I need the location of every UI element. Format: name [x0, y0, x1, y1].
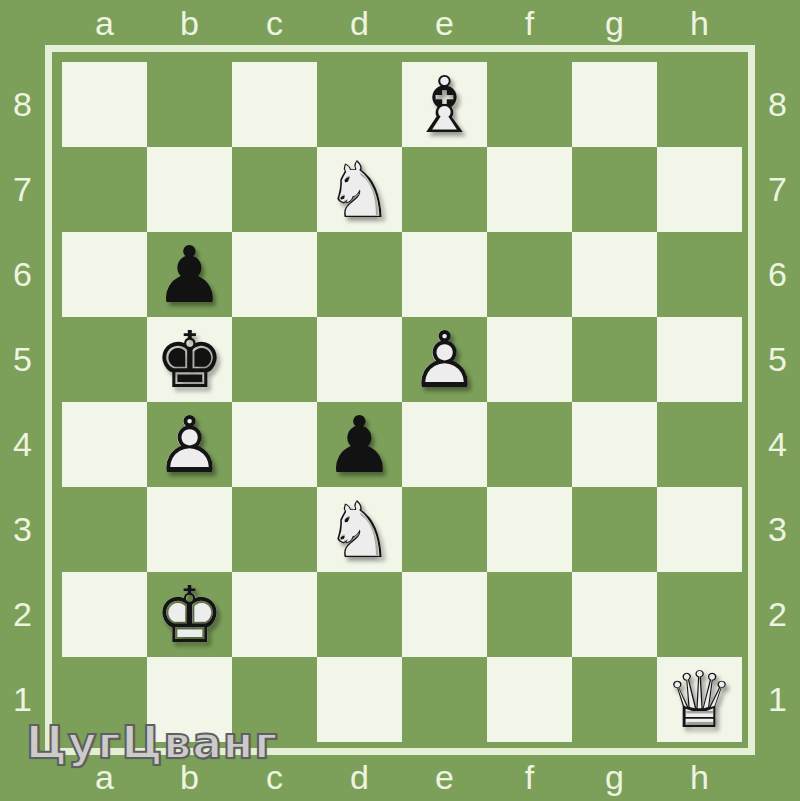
- chess-diagram: abcdefgh abcdefgh 87654321 87654321 ♝♗♞♘…: [0, 0, 800, 801]
- piece-white-king-b2[interactable]: ♚♔: [147, 572, 232, 657]
- square-h7[interactable]: [657, 147, 742, 232]
- square-g2[interactable]: [572, 572, 657, 657]
- rank-label-2-right: 2: [755, 572, 800, 657]
- square-f5[interactable]: [487, 317, 572, 402]
- square-c6[interactable]: [232, 232, 317, 317]
- square-h1[interactable]: ♛♕: [657, 657, 742, 742]
- rank-label-8-left: 8: [0, 62, 45, 147]
- rank-label-4-left: 4: [0, 402, 45, 487]
- square-d8[interactable]: [317, 62, 402, 147]
- piece-white-bishop-e8[interactable]: ♝♗: [402, 62, 487, 147]
- square-d6[interactable]: [317, 232, 402, 317]
- piece-black-pawn-b6[interactable]: ♟: [147, 232, 232, 317]
- square-e8[interactable]: ♝♗: [402, 62, 487, 147]
- piece-outline: ♔: [147, 572, 232, 657]
- square-c7[interactable]: [232, 147, 317, 232]
- file-label-a-top: a: [62, 0, 147, 45]
- square-b4[interactable]: ♟♙: [147, 402, 232, 487]
- rank-label-6-right: 6: [755, 232, 800, 317]
- square-e6[interactable]: [402, 232, 487, 317]
- square-d2[interactable]: [317, 572, 402, 657]
- square-a6[interactable]: [62, 232, 147, 317]
- square-e5[interactable]: ♟♙: [402, 317, 487, 402]
- square-c3[interactable]: [232, 487, 317, 572]
- rank-label-3-left: 3: [0, 487, 45, 572]
- square-d1[interactable]: [317, 657, 402, 742]
- square-d3[interactable]: ♞♘: [317, 487, 402, 572]
- piece-body-fill: ♟: [317, 402, 402, 487]
- square-b5[interactable]: ♚: [147, 317, 232, 402]
- chess-board: ♝♗♞♘♟♚♟♙♟♙♟♞♘♚♔♛♕: [62, 62, 742, 742]
- square-d4[interactable]: ♟: [317, 402, 402, 487]
- rank-label-6-left: 6: [0, 232, 45, 317]
- file-label-e-bottom: e: [402, 753, 487, 800]
- piece-outline: ♕: [657, 657, 742, 742]
- piece-outline: ♙: [147, 402, 232, 487]
- square-b3[interactable]: [147, 487, 232, 572]
- square-g6[interactable]: [572, 232, 657, 317]
- rank-labels-left: 87654321: [0, 62, 45, 742]
- piece-body-fill: ♟: [147, 232, 232, 317]
- square-b2[interactable]: ♚♔: [147, 572, 232, 657]
- square-a8[interactable]: [62, 62, 147, 147]
- file-label-d-top: d: [317, 0, 402, 45]
- square-f8[interactable]: [487, 62, 572, 147]
- square-g7[interactable]: [572, 147, 657, 232]
- rank-label-3-right: 3: [755, 487, 800, 572]
- square-a5[interactable]: [62, 317, 147, 402]
- square-a4[interactable]: [62, 402, 147, 487]
- rank-label-2-left: 2: [0, 572, 45, 657]
- rank-labels-right: 87654321: [755, 62, 800, 742]
- rank-label-5-left: 5: [0, 317, 45, 402]
- square-e3[interactable]: [402, 487, 487, 572]
- piece-white-queen-h1[interactable]: ♛♕: [657, 657, 742, 742]
- square-c8[interactable]: [232, 62, 317, 147]
- square-a7[interactable]: [62, 147, 147, 232]
- square-c4[interactable]: [232, 402, 317, 487]
- square-h4[interactable]: [657, 402, 742, 487]
- piece-white-knight-d3[interactable]: ♞♘: [317, 487, 402, 572]
- square-g1[interactable]: [572, 657, 657, 742]
- square-g4[interactable]: [572, 402, 657, 487]
- square-e4[interactable]: [402, 402, 487, 487]
- square-f6[interactable]: [487, 232, 572, 317]
- piece-outline: ♘: [317, 147, 402, 232]
- square-d5[interactable]: [317, 317, 402, 402]
- file-label-g-top: g: [572, 0, 657, 45]
- rank-label-7-left: 7: [0, 147, 45, 232]
- piece-black-king-b5[interactable]: ♚: [147, 317, 232, 402]
- square-e7[interactable]: [402, 147, 487, 232]
- square-b8[interactable]: [147, 62, 232, 147]
- square-f1[interactable]: [487, 657, 572, 742]
- file-label-h-bottom: h: [657, 753, 742, 800]
- rank-label-8-right: 8: [755, 62, 800, 147]
- rank-label-7-right: 7: [755, 147, 800, 232]
- rank-label-4-right: 4: [755, 402, 800, 487]
- square-f4[interactable]: [487, 402, 572, 487]
- square-g5[interactable]: [572, 317, 657, 402]
- file-label-g-bottom: g: [572, 753, 657, 800]
- square-f3[interactable]: [487, 487, 572, 572]
- square-g8[interactable]: [572, 62, 657, 147]
- rank-label-5-right: 5: [755, 317, 800, 402]
- square-f2[interactable]: [487, 572, 572, 657]
- file-labels-top: abcdefgh: [62, 0, 742, 45]
- file-label-f-bottom: f: [487, 753, 572, 800]
- square-c2[interactable]: [232, 572, 317, 657]
- square-e1[interactable]: [402, 657, 487, 742]
- piece-white-knight-d7[interactable]: ♞♘: [317, 147, 402, 232]
- square-h6[interactable]: [657, 232, 742, 317]
- file-label-h-top: h: [657, 0, 742, 45]
- square-h2[interactable]: [657, 572, 742, 657]
- square-h5[interactable]: [657, 317, 742, 402]
- piece-outline: ♙: [402, 317, 487, 402]
- piece-outline: ♘: [317, 487, 402, 572]
- watermark: ЦугЦванг: [26, 717, 278, 768]
- square-f7[interactable]: [487, 147, 572, 232]
- piece-body-fill: ♚: [147, 317, 232, 402]
- square-g3[interactable]: [572, 487, 657, 572]
- square-b7[interactable]: [147, 147, 232, 232]
- square-b6[interactable]: ♟: [147, 232, 232, 317]
- file-label-b-top: b: [147, 0, 232, 45]
- file-label-f-top: f: [487, 0, 572, 45]
- square-a2[interactable]: [62, 572, 147, 657]
- square-e2[interactable]: [402, 572, 487, 657]
- file-label-d-bottom: d: [317, 753, 402, 800]
- square-h8[interactable]: [657, 62, 742, 147]
- square-a3[interactable]: [62, 487, 147, 572]
- file-label-c-top: c: [232, 0, 317, 45]
- square-d7[interactable]: ♞♘: [317, 147, 402, 232]
- piece-white-pawn-e5[interactable]: ♟♙: [402, 317, 487, 402]
- piece-outline: ♗: [402, 62, 487, 147]
- file-label-e-top: e: [402, 0, 487, 45]
- square-c5[interactable]: [232, 317, 317, 402]
- rank-label-1-right: 1: [755, 657, 800, 742]
- piece-white-pawn-b4[interactable]: ♟♙: [147, 402, 232, 487]
- square-h3[interactable]: [657, 487, 742, 572]
- piece-black-pawn-d4[interactable]: ♟: [317, 402, 402, 487]
